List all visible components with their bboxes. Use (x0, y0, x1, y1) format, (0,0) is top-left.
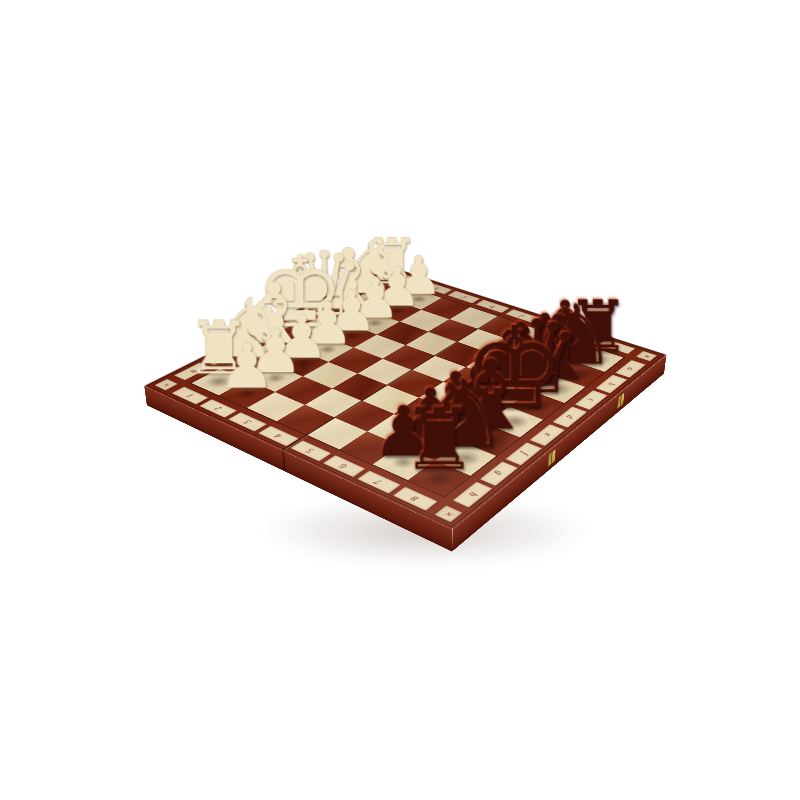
piece-black-rook-h8[interactable]: ♜ (401, 397, 477, 482)
piece-white-pawn-h2[interactable]: ♟ (219, 334, 275, 396)
fold-seam-side (282, 450, 285, 471)
brass-hinge (617, 393, 624, 409)
product-photo-scene: 12345678 12345678 abcdefgh abcdefgh ✕ ✕ … (0, 0, 800, 800)
brass-hinge (548, 449, 556, 467)
